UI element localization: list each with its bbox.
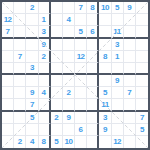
cell-r4c11[interactable]: [124, 39, 136, 51]
given-r12c4[interactable]: 8: [39, 136, 51, 148]
cell-r12c8[interactable]: [87, 136, 99, 148]
cell-r9c4[interactable]: [39, 99, 51, 111]
cell-r1c6[interactable]: [63, 2, 75, 14]
cell-r3c3[interactable]: [26, 26, 38, 38]
cell-r3c11[interactable]: [124, 26, 136, 38]
cell-r10c7[interactable]: [75, 112, 87, 124]
cell-r10c10[interactable]: [112, 112, 124, 124]
cell-r9c2[interactable]: [14, 99, 26, 111]
cell-r3c6[interactable]: [63, 26, 75, 38]
given-r7c10[interactable]: 9: [112, 75, 124, 87]
given-r5c2[interactable]: 7: [14, 51, 26, 63]
cell-r6c11[interactable]: [124, 63, 136, 75]
cell-r1c1[interactable]: [2, 2, 14, 14]
cell-r7c1[interactable]: [2, 75, 14, 87]
cell-r3c12[interactable]: [136, 26, 148, 38]
cell-r3c5[interactable]: [51, 26, 63, 38]
cell-r9c7[interactable]: [75, 99, 87, 111]
cell-r5c11[interactable]: [124, 51, 136, 63]
given-r11c9[interactable]: 9: [99, 124, 111, 136]
cell-r7c2[interactable]: [14, 75, 26, 87]
cell-r11c10[interactable]: [112, 124, 124, 136]
cell-r2c2[interactable]: [14, 14, 26, 26]
cell-r11c2[interactable]: [14, 124, 26, 136]
cell-r3c2[interactable]: [14, 26, 26, 38]
cell-r5c3[interactable]: [26, 51, 38, 63]
given-r12c10[interactable]: 12: [112, 136, 124, 148]
cell-r6c9[interactable]: [99, 63, 111, 75]
given-r12c3[interactable]: 4: [26, 136, 38, 148]
cell-r9c12[interactable]: [136, 99, 148, 111]
cell-r9c10[interactable]: [112, 99, 124, 111]
cell-r4c3[interactable]: [26, 39, 38, 51]
given-r3c1[interactable]: 7: [2, 26, 14, 38]
cell-r11c8[interactable]: [87, 124, 99, 136]
cell-r12c7[interactable]: [75, 136, 87, 148]
given-r1c8[interactable]: 8: [87, 2, 99, 14]
cell-r8c5[interactable]: [51, 87, 63, 99]
cell-r7c5[interactable]: [51, 75, 63, 87]
cell-r11c5[interactable]: [51, 124, 63, 136]
cell-r4c5[interactable]: [51, 39, 63, 51]
cell-r11c3[interactable]: [26, 124, 38, 136]
cell-r6c12[interactable]: [136, 63, 148, 75]
cell-r9c8[interactable]: [87, 99, 99, 111]
cell-r1c12[interactable]: [136, 2, 148, 14]
sudoku-grid: 2781059121473561193721281399425771152937…: [2, 2, 148, 148]
cell-r8c7[interactable]: [75, 87, 87, 99]
cell-r3c9[interactable]: [99, 26, 111, 38]
cell-r1c4[interactable]: [39, 2, 51, 14]
cell-r6c4[interactable]: [39, 63, 51, 75]
cell-r4c6[interactable]: [63, 39, 75, 51]
cell-r1c5[interactable]: [51, 2, 63, 14]
cell-r6c2[interactable]: [14, 63, 26, 75]
cell-r2c12[interactable]: [136, 14, 148, 26]
given-r8c6[interactable]: 2: [63, 87, 75, 99]
cell-r8c12[interactable]: [136, 87, 148, 99]
given-r1c9[interactable]: 10: [99, 2, 111, 14]
cell-r10c4[interactable]: [39, 112, 51, 124]
given-r8c9[interactable]: 5: [99, 87, 111, 99]
cell-r2c7[interactable]: [75, 14, 87, 26]
cell-r2c11[interactable]: [124, 14, 136, 26]
cell-r10c2[interactable]: [14, 112, 26, 124]
given-r12c6[interactable]: 10: [63, 136, 75, 148]
given-r12c2[interactable]: 2: [14, 136, 26, 148]
cell-r7c6[interactable]: [63, 75, 75, 87]
cell-r9c1[interactable]: [2, 99, 14, 111]
given-r11c7[interactable]: 6: [75, 124, 87, 136]
given-r1c7[interactable]: 7: [75, 2, 87, 14]
given-r3c7[interactable]: 5: [75, 26, 87, 38]
cell-r6c5[interactable]: [51, 63, 63, 75]
cell-r12c1[interactable]: [2, 136, 14, 148]
cell-r7c11[interactable]: [124, 75, 136, 87]
cell-r7c3[interactable]: [26, 75, 38, 87]
given-r1c10[interactable]: 5: [112, 2, 124, 14]
cell-r6c1[interactable]: [2, 63, 14, 75]
cell-r6c10[interactable]: [112, 63, 124, 75]
cell-r11c6[interactable]: [63, 124, 75, 136]
cell-r1c2[interactable]: [14, 2, 26, 14]
given-r5c4[interactable]: 2: [39, 51, 51, 63]
cell-r8c10[interactable]: [112, 87, 124, 99]
cell-r4c2[interactable]: [14, 39, 26, 51]
given-r8c11[interactable]: 7: [124, 87, 136, 99]
given-r10c9[interactable]: 3: [99, 112, 111, 124]
cell-r2c5[interactable]: [51, 14, 63, 26]
given-r10c3[interactable]: 5: [26, 112, 38, 124]
cell-r2c8[interactable]: [87, 14, 99, 26]
given-r2c6[interactable]: 4: [63, 14, 75, 26]
given-r3c4[interactable]: 3: [39, 26, 51, 38]
given-r1c11[interactable]: 9: [124, 2, 136, 14]
sudoku-board: 2781059121473561193721281399425771152937…: [0, 0, 150, 150]
cell-r9c6[interactable]: [63, 99, 75, 111]
cell-r5c12[interactable]: [136, 51, 148, 63]
given-r3c8[interactable]: 6: [87, 26, 99, 38]
given-r2c4[interactable]: 1: [39, 14, 51, 26]
cell-r2c3[interactable]: [26, 14, 38, 26]
cell-r12c11[interactable]: [124, 136, 136, 148]
given-r3c10[interactable]: 11: [112, 26, 124, 38]
cell-r2c9[interactable]: [99, 14, 111, 26]
given-r8c3[interactable]: 9: [26, 87, 38, 99]
cell-r6c8[interactable]: [87, 63, 99, 75]
given-r10c5[interactable]: 2: [51, 112, 63, 124]
cell-r4c7[interactable]: [75, 39, 87, 51]
given-r9c3[interactable]: 7: [26, 99, 38, 111]
cell-r7c12[interactable]: [136, 75, 148, 87]
cell-r9c5[interactable]: [51, 99, 63, 111]
cell-r5c5[interactable]: [51, 51, 63, 63]
cell-r10c8[interactable]: [87, 112, 99, 124]
cell-r11c11[interactable]: [124, 124, 136, 136]
given-r6c3[interactable]: 3: [26, 63, 38, 75]
cell-r5c8[interactable]: [87, 51, 99, 63]
cell-r2c10[interactable]: [112, 14, 124, 26]
given-r12c5[interactable]: 5: [51, 136, 63, 148]
cell-r4c1[interactable]: [2, 39, 14, 51]
given-r2c1[interactable]: 12: [2, 14, 14, 26]
given-r4c4[interactable]: 9: [39, 39, 51, 51]
cell-r8c2[interactable]: [14, 87, 26, 99]
cell-r7c9[interactable]: [99, 75, 111, 87]
given-r8c4[interactable]: 4: [39, 87, 51, 99]
given-r10c6[interactable]: 9: [63, 112, 75, 124]
given-r9c9[interactable]: 11: [99, 99, 111, 111]
cell-r10c1[interactable]: [2, 112, 14, 124]
given-r5c7[interactable]: 12: [75, 51, 87, 63]
cell-r9c11[interactable]: [124, 99, 136, 111]
given-r5c9[interactable]: 8: [99, 51, 111, 63]
cell-r11c1[interactable]: [2, 124, 14, 136]
cell-r5c1[interactable]: [2, 51, 14, 63]
given-r5c10[interactable]: 1: [112, 51, 124, 63]
given-r1c3[interactable]: 2: [26, 2, 38, 14]
cell-r5c6[interactable]: [63, 51, 75, 63]
cell-r11c4[interactable]: [39, 124, 51, 136]
cell-r7c7[interactable]: [75, 75, 87, 87]
cell-r6c7[interactable]: [75, 63, 87, 75]
cell-r6c6[interactable]: [63, 63, 75, 75]
cell-r7c4[interactable]: [39, 75, 51, 87]
cell-r12c9[interactable]: [99, 136, 111, 148]
cell-r8c8[interactable]: [87, 87, 99, 99]
given-r10c12[interactable]: 7: [136, 112, 148, 124]
cell-r10c11[interactable]: [124, 112, 136, 124]
cell-r7c8[interactable]: [87, 75, 99, 87]
given-r11c12[interactable]: 5: [136, 124, 148, 136]
cell-r4c9[interactable]: [99, 39, 111, 51]
given-r4c10[interactable]: 3: [112, 39, 124, 51]
cell-r8c1[interactable]: [2, 87, 14, 99]
cell-r12c12[interactable]: [136, 136, 148, 148]
cell-r4c8[interactable]: [87, 39, 99, 51]
cell-r4c12[interactable]: [136, 39, 148, 51]
